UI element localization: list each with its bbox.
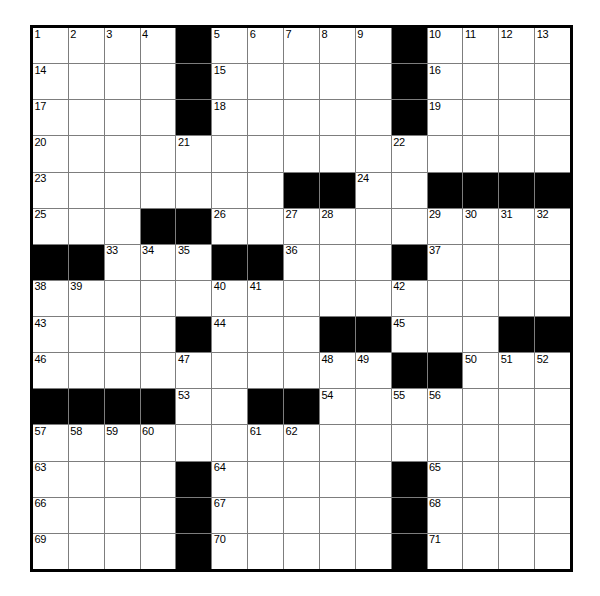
black-cell-r5c13 [463, 173, 498, 208]
black-cell-r11c3 [105, 389, 140, 424]
cell-r6c1[interactable]: 25 [33, 209, 68, 244]
cell-r13c1[interactable]: 63 [33, 462, 68, 497]
cell-r10c8[interactable] [284, 353, 319, 388]
clue-number-14: 14 [35, 65, 47, 76]
clue-number-5: 5 [214, 29, 220, 40]
cell-r15c14[interactable] [499, 534, 534, 569]
cell-r9c2[interactable] [69, 317, 104, 352]
black-cell-r11c1 [33, 389, 68, 424]
cell-r6c11[interactable] [392, 209, 427, 244]
cell-r3c1[interactable]: 17 [33, 100, 68, 135]
clue-number-60: 60 [142, 426, 154, 437]
cell-r5c6[interactable] [212, 173, 247, 208]
cell-r3c3[interactable] [105, 100, 140, 135]
cell-r14c4[interactable] [141, 498, 176, 533]
black-cell-r5c8 [284, 173, 319, 208]
cell-r15c8[interactable] [284, 534, 319, 569]
cell-r11c12[interactable]: 56 [428, 389, 463, 424]
cell-r4c13[interactable] [463, 136, 498, 171]
cell-r1c6[interactable]: 5 [212, 28, 247, 63]
clue-number-70: 70 [214, 534, 226, 545]
cell-r8c3[interactable] [105, 281, 140, 316]
cell-r11c13[interactable] [463, 389, 498, 424]
cell-r14c12[interactable]: 68 [428, 498, 463, 533]
cell-r10c13[interactable]: 50 [463, 353, 498, 388]
cell-r8c6[interactable]: 40 [212, 281, 247, 316]
cell-r1c3[interactable]: 3 [105, 28, 140, 63]
clue-number-62: 62 [286, 426, 298, 437]
clue-number-66: 66 [35, 498, 47, 509]
cell-r1c8[interactable]: 7 [284, 28, 319, 63]
cell-r14c15[interactable] [535, 498, 570, 533]
cell-r7c12[interactable]: 37 [428, 245, 463, 280]
cell-r9c8[interactable] [284, 317, 319, 352]
cell-r4c10[interactable] [356, 136, 391, 171]
cell-r15c15[interactable] [535, 534, 570, 569]
cell-r6c14[interactable]: 31 [499, 209, 534, 244]
clue-number-58: 58 [70, 426, 82, 437]
cell-r12c3[interactable]: 59 [105, 425, 140, 460]
clue-number-51: 51 [501, 354, 513, 365]
cell-r8c8[interactable] [284, 281, 319, 316]
cell-r7c3[interactable]: 33 [105, 245, 140, 280]
cell-r9c7[interactable] [248, 317, 283, 352]
clue-number-8: 8 [321, 29, 327, 40]
clue-number-69: 69 [35, 534, 47, 545]
cell-r14c14[interactable] [499, 498, 534, 533]
clue-number-20: 20 [35, 137, 47, 148]
clue-number-40: 40 [214, 281, 226, 292]
black-cell-r7c6 [212, 245, 247, 280]
black-cell-r14c5 [176, 498, 211, 533]
clue-number-44: 44 [214, 318, 226, 329]
cell-r6c6[interactable]: 26 [212, 209, 247, 244]
cell-r13c3[interactable] [105, 462, 140, 497]
cell-r5c1[interactable]: 23 [33, 173, 68, 208]
cell-r4c4[interactable] [141, 136, 176, 171]
cell-r10c3[interactable] [105, 353, 140, 388]
black-cell-r11c4 [141, 389, 176, 424]
black-cell-r15c5 [176, 534, 211, 569]
cell-r8c14[interactable] [499, 281, 534, 316]
cell-r3c15[interactable] [535, 100, 570, 135]
cell-r3c8[interactable] [284, 100, 319, 135]
cell-r3c10[interactable] [356, 100, 391, 135]
cell-r14c7[interactable] [248, 498, 283, 533]
cell-r13c2[interactable] [69, 462, 104, 497]
cell-r3c9[interactable] [320, 100, 355, 135]
cell-r9c1[interactable]: 43 [33, 317, 68, 352]
cell-r3c13[interactable] [463, 100, 498, 135]
clue-number-57: 57 [35, 426, 47, 437]
black-cell-r11c2 [69, 389, 104, 424]
clue-number-33: 33 [106, 245, 118, 256]
cell-r2c13[interactable] [463, 64, 498, 99]
cell-r4c2[interactable] [69, 136, 104, 171]
clue-number-34: 34 [142, 245, 154, 256]
cell-r12c4[interactable]: 60 [141, 425, 176, 460]
cell-r7c4[interactable]: 34 [141, 245, 176, 280]
clue-number-18: 18 [214, 101, 226, 112]
black-cell-r3c11 [392, 100, 427, 135]
clue-number-13: 13 [537, 29, 549, 40]
black-cell-r14c11 [392, 498, 427, 533]
black-cell-r5c12 [428, 173, 463, 208]
cell-r4c14[interactable] [499, 136, 534, 171]
cell-r8c4[interactable] [141, 281, 176, 316]
black-cell-r9c10 [356, 317, 391, 352]
cell-r1c10[interactable]: 9 [356, 28, 391, 63]
cell-r5c3[interactable] [105, 173, 140, 208]
cell-r13c13[interactable] [463, 462, 498, 497]
clue-number-6: 6 [250, 29, 256, 40]
cell-r9c13[interactable] [463, 317, 498, 352]
black-cell-r7c1 [33, 245, 68, 280]
cell-r12c7[interactable]: 61 [248, 425, 283, 460]
cell-r2c9[interactable] [320, 64, 355, 99]
black-cell-r2c5 [176, 64, 211, 99]
cell-r8c7[interactable]: 41 [248, 281, 283, 316]
clue-number-22: 22 [393, 137, 405, 148]
cell-r6c3[interactable] [105, 209, 140, 244]
cell-r3c4[interactable] [141, 100, 176, 135]
cell-r12c11[interactable] [392, 425, 427, 460]
clue-number-38: 38 [35, 281, 47, 292]
cell-r14c2[interactable] [69, 498, 104, 533]
cell-r6c8[interactable]: 27 [284, 209, 319, 244]
cell-r7c13[interactable] [463, 245, 498, 280]
cell-r1c4[interactable]: 4 [141, 28, 176, 63]
clue-number-10: 10 [429, 29, 441, 40]
black-cell-r7c11 [392, 245, 427, 280]
clue-number-35: 35 [178, 245, 190, 256]
clue-number-53: 53 [178, 390, 190, 401]
cell-r14c8[interactable] [284, 498, 319, 533]
clue-number-50: 50 [465, 354, 477, 365]
black-cell-r13c11 [392, 462, 427, 497]
cell-r5c11[interactable] [392, 173, 427, 208]
cell-r14c13[interactable] [463, 498, 498, 533]
black-cell-r5c15 [535, 173, 570, 208]
cell-r4c15[interactable] [535, 136, 570, 171]
cell-r14c10[interactable] [356, 498, 391, 533]
clue-number-23: 23 [35, 173, 47, 184]
cell-r4c1[interactable]: 20 [33, 136, 68, 171]
clue-number-17: 17 [35, 101, 47, 112]
cell-r4c11[interactable]: 22 [392, 136, 427, 171]
cell-r11c14[interactable] [499, 389, 534, 424]
cell-r7c14[interactable] [499, 245, 534, 280]
black-cell-r11c8 [284, 389, 319, 424]
black-cell-r10c12 [428, 353, 463, 388]
cell-r12c5[interactable] [176, 425, 211, 460]
cell-r11c5[interactable]: 53 [176, 389, 211, 424]
clue-number-31: 31 [501, 209, 513, 220]
black-cell-r6c4 [141, 209, 176, 244]
clue-number-30: 30 [465, 209, 477, 220]
cell-r5c4[interactable] [141, 173, 176, 208]
cell-r15c7[interactable] [248, 534, 283, 569]
clue-number-3: 3 [106, 29, 112, 40]
clue-number-4: 4 [142, 29, 148, 40]
cell-r4c7[interactable] [248, 136, 283, 171]
black-cell-r6c5 [176, 209, 211, 244]
cell-r3c2[interactable] [69, 100, 104, 135]
cell-r2c15[interactable] [535, 64, 570, 99]
cell-r11c15[interactable] [535, 389, 570, 424]
cell-r5c10[interactable]: 24 [356, 173, 391, 208]
clue-number-64: 64 [214, 462, 226, 473]
clue-number-28: 28 [321, 209, 333, 220]
clue-number-37: 37 [429, 245, 441, 256]
cell-r8c15[interactable] [535, 281, 570, 316]
cell-r15c13[interactable] [463, 534, 498, 569]
crossword-board: 1234567891011121314151617181920212223242… [30, 25, 573, 572]
clue-number-41: 41 [250, 281, 262, 292]
cell-r5c2[interactable] [69, 173, 104, 208]
cell-r6c7[interactable] [248, 209, 283, 244]
cell-r13c14[interactable] [499, 462, 534, 497]
cell-r13c7[interactable] [248, 462, 283, 497]
clue-number-65: 65 [429, 462, 441, 473]
clue-number-27: 27 [286, 209, 298, 220]
cell-r4c12[interactable] [428, 136, 463, 171]
clue-number-7: 7 [286, 29, 292, 40]
cell-r14c6[interactable]: 67 [212, 498, 247, 533]
cell-r4c6[interactable] [212, 136, 247, 171]
cell-r12c9[interactable] [320, 425, 355, 460]
cell-r8c13[interactable] [463, 281, 498, 316]
cell-r12c12[interactable] [428, 425, 463, 460]
clue-number-59: 59 [106, 426, 118, 437]
clue-number-63: 63 [35, 462, 47, 473]
cell-r9c11[interactable]: 45 [392, 317, 427, 352]
cell-r6c9[interactable]: 28 [320, 209, 355, 244]
clue-number-47: 47 [178, 354, 190, 365]
cell-r15c10[interactable] [356, 534, 391, 569]
cell-r15c12[interactable]: 71 [428, 534, 463, 569]
cell-r2c7[interactable] [248, 64, 283, 99]
cell-r1c15[interactable]: 13 [535, 28, 570, 63]
cell-r12c6[interactable] [212, 425, 247, 460]
cell-r15c9[interactable] [320, 534, 355, 569]
cell-r10c1[interactable]: 46 [33, 353, 68, 388]
clue-number-26: 26 [214, 209, 226, 220]
cell-r10c15[interactable]: 52 [535, 353, 570, 388]
cell-r9c12[interactable] [428, 317, 463, 352]
clue-number-68: 68 [429, 498, 441, 509]
cell-r2c12[interactable]: 16 [428, 64, 463, 99]
cell-r10c4[interactable] [141, 353, 176, 388]
cell-r2c10[interactable] [356, 64, 391, 99]
clue-number-54: 54 [321, 390, 333, 401]
cell-r13c4[interactable] [141, 462, 176, 497]
cell-r10c14[interactable]: 51 [499, 353, 534, 388]
cell-r2c1[interactable]: 14 [33, 64, 68, 99]
clue-number-48: 48 [321, 354, 333, 365]
cell-r10c9[interactable]: 48 [320, 353, 355, 388]
cell-r8c12[interactable] [428, 281, 463, 316]
cell-r3c14[interactable] [499, 100, 534, 135]
cell-r13c9[interactable] [320, 462, 355, 497]
cell-r10c10[interactable]: 49 [356, 353, 391, 388]
cell-r8c10[interactable] [356, 281, 391, 316]
black-cell-r7c7 [248, 245, 283, 280]
black-cell-r2c11 [392, 64, 427, 99]
cell-r8c5[interactable] [176, 281, 211, 316]
clue-number-67: 67 [214, 498, 226, 509]
cell-r6c13[interactable]: 30 [463, 209, 498, 244]
clue-number-9: 9 [357, 29, 363, 40]
clue-number-39: 39 [70, 281, 82, 292]
clue-number-42: 42 [393, 281, 405, 292]
cell-r6c15[interactable]: 32 [535, 209, 570, 244]
clue-number-61: 61 [250, 426, 262, 437]
cell-r10c7[interactable] [248, 353, 283, 388]
cell-r3c7[interactable] [248, 100, 283, 135]
cell-r7c5[interactable]: 35 [176, 245, 211, 280]
clue-number-29: 29 [429, 209, 441, 220]
black-cell-r1c11 [392, 28, 427, 63]
cell-r11c11[interactable]: 55 [392, 389, 427, 424]
cell-r13c12[interactable]: 65 [428, 462, 463, 497]
cell-r2c2[interactable] [69, 64, 104, 99]
cell-r1c2[interactable]: 2 [69, 28, 104, 63]
cell-r13c10[interactable] [356, 462, 391, 497]
black-cell-r10c11 [392, 353, 427, 388]
clue-number-24: 24 [357, 173, 369, 184]
clue-number-12: 12 [501, 29, 513, 40]
clue-number-32: 32 [537, 209, 549, 220]
cell-r4c8[interactable] [284, 136, 319, 171]
cell-r13c15[interactable] [535, 462, 570, 497]
black-cell-r11c7 [248, 389, 283, 424]
black-cell-r9c5 [176, 317, 211, 352]
clue-number-52: 52 [537, 354, 549, 365]
cell-r5c5[interactable] [176, 173, 211, 208]
cell-r12c13[interactable] [463, 425, 498, 460]
cell-r12c2[interactable]: 58 [69, 425, 104, 460]
cell-r14c1[interactable]: 66 [33, 498, 68, 533]
black-cell-r7c2 [69, 245, 104, 280]
clue-number-1: 1 [35, 29, 41, 40]
cell-r7c15[interactable] [535, 245, 570, 280]
clue-number-15: 15 [214, 65, 226, 76]
cell-r14c9[interactable] [320, 498, 355, 533]
cell-r7c9[interactable] [320, 245, 355, 280]
cell-r1c7[interactable]: 6 [248, 28, 283, 63]
black-cell-r5c9 [320, 173, 355, 208]
clue-number-16: 16 [429, 65, 441, 76]
cell-r10c5[interactable]: 47 [176, 353, 211, 388]
cell-r12c10[interactable] [356, 425, 391, 460]
cell-r12c8[interactable]: 62 [284, 425, 319, 460]
cell-r12c1[interactable]: 57 [33, 425, 68, 460]
cell-r14c3[interactable] [105, 498, 140, 533]
cell-r7c10[interactable] [356, 245, 391, 280]
cell-r1c9[interactable]: 8 [320, 28, 355, 63]
clue-number-19: 19 [429, 101, 441, 112]
cell-r11c6[interactable] [212, 389, 247, 424]
cell-r11c10[interactable] [356, 389, 391, 424]
cell-r3c12[interactable]: 19 [428, 100, 463, 135]
cell-r9c4[interactable] [141, 317, 176, 352]
clue-number-11: 11 [465, 29, 476, 40]
clue-number-36: 36 [286, 245, 298, 256]
clue-number-43: 43 [35, 318, 47, 329]
cell-r15c2[interactable] [69, 534, 104, 569]
cell-r10c6[interactable] [212, 353, 247, 388]
cell-r15c3[interactable] [105, 534, 140, 569]
clue-number-49: 49 [357, 354, 369, 365]
cell-r12c14[interactable] [499, 425, 534, 460]
cell-r2c3[interactable] [105, 64, 140, 99]
black-cell-r15c11 [392, 534, 427, 569]
cell-r11c9[interactable]: 54 [320, 389, 355, 424]
cell-r4c9[interactable] [320, 136, 355, 171]
cell-r5c7[interactable] [248, 173, 283, 208]
cell-r9c6[interactable]: 44 [212, 317, 247, 352]
cell-r12c15[interactable] [535, 425, 570, 460]
cell-r13c6[interactable]: 64 [212, 462, 247, 497]
cell-r1c1[interactable]: 1 [33, 28, 68, 63]
cell-r10c2[interactable] [69, 353, 104, 388]
black-cell-r9c9 [320, 317, 355, 352]
cell-r13c8[interactable] [284, 462, 319, 497]
black-cell-r1c5 [176, 28, 211, 63]
cell-r6c12[interactable]: 29 [428, 209, 463, 244]
cell-r2c8[interactable] [284, 64, 319, 99]
clue-number-2: 2 [70, 29, 76, 40]
cell-r4c5[interactable]: 21 [176, 136, 211, 171]
cell-r1c13[interactable]: 11 [463, 28, 498, 63]
cell-r9c3[interactable] [105, 317, 140, 352]
cell-r15c4[interactable] [141, 534, 176, 569]
clue-number-55: 55 [393, 390, 405, 401]
cell-r2c14[interactable] [499, 64, 534, 99]
clue-number-25: 25 [35, 209, 47, 220]
cell-r2c4[interactable] [141, 64, 176, 99]
cell-r7c8[interactable]: 36 [284, 245, 319, 280]
cell-r8c2[interactable]: 39 [69, 281, 104, 316]
black-cell-r13c5 [176, 462, 211, 497]
cell-r15c1[interactable]: 69 [33, 534, 68, 569]
cell-r8c11[interactable]: 42 [392, 281, 427, 316]
cell-r2c6[interactable]: 15 [212, 64, 247, 99]
clue-number-71: 71 [429, 534, 441, 545]
cell-r4c3[interactable] [105, 136, 140, 171]
cell-r15c6[interactable]: 70 [212, 534, 247, 569]
clue-number-45: 45 [393, 318, 405, 329]
clue-number-21: 21 [178, 137, 190, 148]
cell-r1c14[interactable]: 12 [499, 28, 534, 63]
cell-r6c10[interactable] [356, 209, 391, 244]
cell-r8c1[interactable]: 38 [33, 281, 68, 316]
black-cell-r3c5 [176, 100, 211, 135]
cell-r1c12[interactable]: 10 [428, 28, 463, 63]
clue-number-56: 56 [429, 390, 441, 401]
black-cell-r9c15 [535, 317, 570, 352]
cell-r3c6[interactable]: 18 [212, 100, 247, 135]
clue-number-46: 46 [35, 354, 47, 365]
black-cell-r9c14 [499, 317, 534, 352]
black-cell-r5c14 [499, 173, 534, 208]
cell-r8c9[interactable] [320, 281, 355, 316]
cell-r6c2[interactable] [69, 209, 104, 244]
